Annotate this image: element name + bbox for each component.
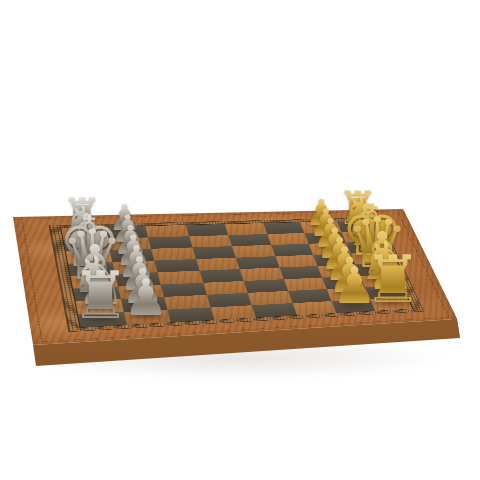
piece-white-R-a1: ♜ <box>71 263 129 328</box>
pieces-layer: ♜♟♟♜♞♟♟♞♝♟♟♝♚♟♟♚♛♟♟♛♝♟♟♝♞♟♟♞♜♟♟♜ <box>0 0 480 480</box>
piece-black-R-a8: ♜ <box>364 247 422 312</box>
piece-white-P-a2: ♟ <box>123 273 168 324</box>
chess-set-photo: ♜♟♟♜♞♟♟♞♝♟♟♝♚♟♟♚♛♟♟♛♝♟♟♝♞♟♟♞♜♟♟♜ <box>0 0 480 480</box>
